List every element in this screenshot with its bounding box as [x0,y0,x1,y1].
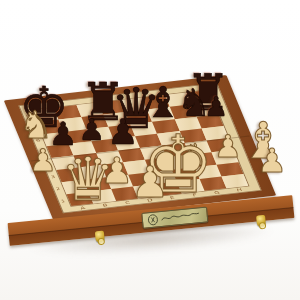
chess-set-photo: ABCDEFGH 12345678 ♚♜♛♝♞♜♟♟♟♟♞♟♛♟♟♚♞♟♝♟ [0,0,300,300]
piece-black-pawn-c5[interactable]: ♟ [79,115,106,145]
piece-white-pawn-a3[interactable]: ♟ [29,145,57,176]
piece-white-pawn-h3[interactable]: ♟ [257,144,287,177]
piece-white-pawn-f4[interactable]: ♟ [214,131,242,162]
piece-white-queen-c3[interactable]: ♛ [61,149,115,209]
pieces-layer: ♚♜♛♝♞♜♟♟♟♟♞♟♛♟♟♚♞♟♝♟ [0,0,300,300]
piece-white-pawn-d2[interactable]: ♟ [131,161,170,204]
piece-black-knight-f6[interactable]: ♞ [177,84,211,122]
